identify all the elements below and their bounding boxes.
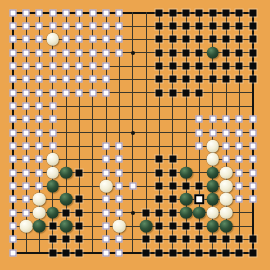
black-territory-marker[interactable]: [156, 169, 163, 176]
black-territory-marker[interactable]: [209, 236, 216, 243]
white-territory-marker[interactable]: [236, 143, 243, 150]
black-territory-marker[interactable]: [169, 169, 176, 176]
white-territory-marker[interactable]: [36, 76, 43, 83]
white-territory-marker[interactable]: [23, 143, 30, 150]
white-territory-marker[interactable]: [236, 129, 243, 136]
black-territory-marker[interactable]: [196, 36, 203, 43]
white-stone[interactable]: [220, 166, 233, 179]
white-territory-marker[interactable]: [9, 156, 16, 163]
black-territory-marker[interactable]: [223, 23, 230, 30]
black-territory-marker[interactable]: [169, 63, 176, 70]
black-territory-marker[interactable]: [223, 36, 230, 43]
white-territory-marker[interactable]: [103, 63, 110, 70]
white-territory-marker[interactable]: [89, 36, 96, 43]
black-territory-marker[interactable]: [76, 209, 83, 216]
white-territory-marker[interactable]: [36, 103, 43, 110]
black-stone[interactable]: [206, 166, 219, 179]
white-territory-marker[interactable]: [9, 9, 16, 16]
black-territory-marker[interactable]: [169, 209, 176, 216]
white-territory-marker[interactable]: [209, 129, 216, 136]
grid-line-horizontal: [12, 252, 254, 254]
black-territory-marker[interactable]: [169, 249, 176, 256]
white-territory-marker[interactable]: [23, 183, 30, 190]
white-territory-marker[interactable]: [36, 183, 43, 190]
black-territory-marker[interactable]: [209, 9, 216, 16]
white-territory-marker[interactable]: [36, 156, 43, 163]
white-territory-marker[interactable]: [76, 9, 83, 16]
white-territory-marker[interactable]: [36, 36, 43, 43]
grid-line-horizontal: [12, 239, 254, 240]
black-territory-marker[interactable]: [183, 49, 190, 56]
white-territory-marker[interactable]: [103, 236, 110, 243]
white-territory-marker[interactable]: [49, 116, 56, 123]
black-stone[interactable]: [60, 193, 73, 206]
black-territory-marker[interactable]: [249, 249, 256, 256]
white-territory-marker[interactable]: [103, 196, 110, 203]
hoshi-dot: [131, 51, 135, 55]
white-territory-marker[interactable]: [103, 23, 110, 30]
white-territory-marker[interactable]: [249, 169, 256, 176]
black-territory-marker[interactable]: [236, 76, 243, 83]
white-territory-marker[interactable]: [249, 116, 256, 123]
black-territory-marker[interactable]: [169, 76, 176, 83]
black-territory-marker[interactable]: [236, 9, 243, 16]
black-territory-marker[interactable]: [183, 63, 190, 70]
black-territory-marker[interactable]: [156, 209, 163, 216]
black-territory-marker[interactable]: [249, 63, 256, 70]
black-territory-marker[interactable]: [156, 76, 163, 83]
white-territory-marker[interactable]: [76, 76, 83, 83]
black-territory-marker[interactable]: [223, 9, 230, 16]
white-stone[interactable]: [46, 166, 59, 179]
white-territory-marker[interactable]: [116, 9, 123, 16]
black-territory-marker[interactable]: [156, 23, 163, 30]
white-territory-marker[interactable]: [9, 143, 16, 150]
black-territory-marker[interactable]: [156, 36, 163, 43]
white-stone[interactable]: [206, 206, 219, 219]
white-territory-marker[interactable]: [23, 103, 30, 110]
white-territory-marker[interactable]: [49, 49, 56, 56]
black-stone[interactable]: [206, 220, 219, 233]
white-territory-marker[interactable]: [103, 223, 110, 230]
black-territory-marker[interactable]: [183, 223, 190, 230]
white-territory-marker[interactable]: [103, 209, 110, 216]
white-territory-marker[interactable]: [103, 249, 110, 256]
black-territory-marker[interactable]: [169, 236, 176, 243]
white-territory-marker[interactable]: [103, 9, 110, 16]
white-territory-marker[interactable]: [116, 49, 123, 56]
black-territory-marker[interactable]: [143, 209, 150, 216]
white-territory-marker[interactable]: [63, 9, 70, 16]
black-stone[interactable]: [140, 220, 153, 233]
white-territory-marker[interactable]: [236, 116, 243, 123]
white-territory-marker[interactable]: [103, 156, 110, 163]
white-territory-marker[interactable]: [89, 23, 96, 30]
white-territory-marker[interactable]: [23, 23, 30, 30]
white-territory-marker[interactable]: [89, 89, 96, 96]
black-territory-marker[interactable]: [196, 223, 203, 230]
white-territory-marker[interactable]: [9, 196, 16, 203]
black-territory-marker[interactable]: [183, 23, 190, 30]
black-territory-marker[interactable]: [169, 9, 176, 16]
white-territory-marker[interactable]: [249, 156, 256, 163]
black-territory-marker[interactable]: [249, 23, 256, 30]
white-territory-marker[interactable]: [63, 36, 70, 43]
black-stone[interactable]: [193, 206, 206, 219]
white-territory-marker[interactable]: [236, 183, 243, 190]
black-territory-marker[interactable]: [169, 156, 176, 163]
white-territory-marker[interactable]: [103, 143, 110, 150]
white-territory-marker[interactable]: [196, 116, 203, 123]
grid-line-vertical: [146, 12, 147, 254]
black-territory-marker[interactable]: [183, 89, 190, 96]
black-territory-marker[interactable]: [156, 223, 163, 230]
white-territory-marker[interactable]: [76, 49, 83, 56]
white-territory-marker[interactable]: [103, 76, 110, 83]
black-territory-marker[interactable]: [76, 249, 83, 256]
white-territory-marker[interactable]: [23, 209, 30, 216]
white-territory-marker[interactable]: [103, 49, 110, 56]
black-territory-marker[interactable]: [169, 196, 176, 203]
black-territory-marker[interactable]: [196, 76, 203, 83]
black-territory-marker[interactable]: [169, 49, 176, 56]
black-territory-marker[interactable]: [236, 23, 243, 30]
black-territory-marker[interactable]: [169, 183, 176, 190]
black-stone[interactable]: [180, 166, 193, 179]
white-territory-marker[interactable]: [9, 23, 16, 30]
black-stone[interactable]: [33, 220, 46, 233]
white-territory-marker[interactable]: [9, 129, 16, 136]
white-territory-marker[interactable]: [116, 169, 123, 176]
white-territory-marker[interactable]: [23, 76, 30, 83]
white-territory-marker[interactable]: [23, 89, 30, 96]
go-app-window: [0, 0, 270, 270]
black-territory-marker[interactable]: [76, 169, 83, 176]
black-territory-marker[interactable]: [183, 183, 190, 190]
white-territory-marker[interactable]: [36, 89, 43, 96]
hoshi-dot: [131, 131, 135, 135]
black-territory-marker[interactable]: [63, 209, 70, 216]
white-territory-marker[interactable]: [63, 23, 70, 30]
black-territory-marker[interactable]: [249, 236, 256, 243]
white-territory-marker[interactable]: [103, 89, 110, 96]
black-territory-marker[interactable]: [156, 156, 163, 163]
black-territory-marker[interactable]: [196, 236, 203, 243]
black-territory-marker[interactable]: [76, 236, 83, 243]
black-stone[interactable]: [60, 220, 73, 233]
white-territory-marker[interactable]: [23, 63, 30, 70]
black-territory-marker[interactable]: [156, 9, 163, 16]
white-territory-marker[interactable]: [9, 183, 16, 190]
white-territory-marker[interactable]: [23, 49, 30, 56]
white-territory-marker[interactable]: [36, 129, 43, 136]
white-territory-marker[interactable]: [9, 249, 16, 256]
black-stone[interactable]: [60, 166, 73, 179]
black-territory-marker[interactable]: [169, 223, 176, 230]
white-territory-marker[interactable]: [9, 76, 16, 83]
white-territory-marker[interactable]: [129, 183, 136, 190]
black-territory-marker[interactable]: [49, 249, 56, 256]
hoshi-dot: [131, 211, 135, 215]
white-territory-marker[interactable]: [23, 156, 30, 163]
white-territory-marker[interactable]: [36, 63, 43, 70]
white-territory-marker[interactable]: [9, 63, 16, 70]
black-territory-marker[interactable]: [209, 36, 216, 43]
white-territory-marker[interactable]: [63, 89, 70, 96]
black-territory-marker[interactable]: [249, 9, 256, 16]
black-territory-marker[interactable]: [236, 236, 243, 243]
black-territory-marker[interactable]: [196, 63, 203, 70]
black-territory-marker[interactable]: [63, 249, 70, 256]
black-territory-marker[interactable]: [143, 236, 150, 243]
black-territory-marker[interactable]: [223, 49, 230, 56]
black-territory-marker[interactable]: [209, 249, 216, 256]
white-territory-marker[interactable]: [36, 169, 43, 176]
black-territory-marker[interactable]: [249, 49, 256, 56]
white-stone[interactable]: [220, 193, 233, 206]
black-territory-marker[interactable]: [183, 249, 190, 256]
white-territory-marker[interactable]: [89, 49, 96, 56]
white-stone[interactable]: [46, 33, 59, 46]
white-territory-marker[interactable]: [116, 183, 123, 190]
black-territory-marker[interactable]: [236, 63, 243, 70]
black-territory-marker[interactable]: [183, 76, 190, 83]
black-territory-marker[interactable]: [183, 9, 190, 16]
black-stone[interactable]: [46, 180, 59, 193]
white-territory-marker[interactable]: [9, 103, 16, 110]
white-territory-marker[interactable]: [23, 9, 30, 16]
white-territory-marker[interactable]: [89, 63, 96, 70]
black-territory-marker[interactable]: [236, 36, 243, 43]
white-territory-marker[interactable]: [9, 49, 16, 56]
white-territory-marker[interactable]: [76, 89, 83, 96]
white-territory-marker[interactable]: [116, 236, 123, 243]
black-territory-marker[interactable]: [76, 196, 83, 203]
black-territory-marker[interactable]: [49, 236, 56, 243]
black-stone[interactable]: [220, 220, 233, 233]
white-territory-marker[interactable]: [36, 116, 43, 123]
white-stone[interactable]: [206, 140, 219, 153]
white-territory-marker[interactable]: [9, 89, 16, 96]
black-territory-marker[interactable]: [196, 249, 203, 256]
white-territory-marker[interactable]: [49, 9, 56, 16]
white-territory-marker[interactable]: [36, 143, 43, 150]
go-board[interactable]: [0, 0, 270, 270]
black-territory-marker[interactable]: [209, 76, 216, 83]
white-territory-marker[interactable]: [49, 143, 56, 150]
black-stone[interactable]: [46, 206, 59, 219]
white-territory-marker[interactable]: [23, 36, 30, 43]
black-territory-marker[interactable]: [249, 36, 256, 43]
white-territory-marker[interactable]: [116, 156, 123, 163]
white-territory-marker[interactable]: [116, 209, 123, 216]
white-territory-marker[interactable]: [23, 169, 30, 176]
white-territory-marker[interactable]: [116, 36, 123, 43]
white-territory-marker[interactable]: [49, 103, 56, 110]
black-territory-marker[interactable]: [156, 183, 163, 190]
white-territory-marker[interactable]: [116, 23, 123, 30]
white-territory-marker[interactable]: [116, 196, 123, 203]
black-territory-marker[interactable]: [209, 23, 216, 30]
white-territory-marker[interactable]: [236, 196, 243, 203]
white-territory-marker[interactable]: [76, 63, 83, 70]
black-territory-marker[interactable]: [223, 249, 230, 256]
black-territory-marker[interactable]: [156, 49, 163, 56]
white-territory-marker[interactable]: [223, 116, 230, 123]
white-territory-marker[interactable]: [223, 129, 230, 136]
white-territory-marker[interactable]: [223, 143, 230, 150]
black-stone[interactable]: [206, 46, 219, 59]
white-territory-marker[interactable]: [9, 209, 16, 216]
white-territory-marker[interactable]: [196, 143, 203, 150]
black-territory-marker[interactable]: [169, 36, 176, 43]
white-territory-marker[interactable]: [196, 129, 203, 136]
white-territory-marker[interactable]: [49, 89, 56, 96]
white-territory-marker[interactable]: [36, 9, 43, 16]
white-territory-marker[interactable]: [116, 249, 123, 256]
black-territory-marker[interactable]: [183, 36, 190, 43]
white-territory-marker[interactable]: [89, 76, 96, 83]
black-territory-marker[interactable]: [223, 236, 230, 243]
black-territory-marker[interactable]: [236, 49, 243, 56]
white-territory-marker[interactable]: [249, 183, 256, 190]
white-territory-marker[interactable]: [23, 196, 30, 203]
black-territory-marker[interactable]: [183, 236, 190, 243]
white-stone[interactable]: [20, 220, 33, 233]
white-stone[interactable]: [33, 193, 46, 206]
white-territory-marker[interactable]: [249, 196, 256, 203]
white-territory-marker[interactable]: [116, 143, 123, 150]
white-territory-marker[interactable]: [23, 116, 30, 123]
white-stone[interactable]: [113, 220, 126, 233]
white-territory-marker[interactable]: [49, 129, 56, 136]
black-territory-marker[interactable]: [196, 89, 203, 96]
black-territory-marker[interactable]: [196, 23, 203, 30]
white-territory-marker[interactable]: [236, 156, 243, 163]
white-stone[interactable]: [33, 206, 46, 219]
black-territory-marker[interactable]: [223, 76, 230, 83]
white-territory-marker[interactable]: [9, 36, 16, 43]
white-stone[interactable]: [206, 153, 219, 166]
white-stone[interactable]: [100, 180, 113, 193]
black-territory-marker[interactable]: [63, 236, 70, 243]
black-territory-marker[interactable]: [249, 76, 256, 83]
white-territory-marker[interactable]: [49, 23, 56, 30]
black-territory-marker[interactable]: [156, 249, 163, 256]
black-stone[interactable]: [180, 193, 193, 206]
grid-line-vertical: [159, 12, 160, 254]
white-territory-marker[interactable]: [103, 36, 110, 43]
black-territory-marker[interactable]: [156, 196, 163, 203]
black-territory-marker[interactable]: [143, 249, 150, 256]
white-territory-marker[interactable]: [63, 76, 70, 83]
white-territory-marker[interactable]: [36, 23, 43, 30]
white-territory-marker[interactable]: [49, 76, 56, 83]
black-territory-marker[interactable]: [156, 63, 163, 70]
black-territory-marker[interactable]: [196, 183, 203, 190]
black-stone[interactable]: [206, 180, 219, 193]
black-territory-marker[interactable]: [236, 249, 243, 256]
black-territory-marker[interactable]: [76, 223, 83, 230]
white-territory-marker[interactable]: [49, 63, 56, 70]
white-stone[interactable]: [220, 206, 233, 219]
white-territory-marker[interactable]: [236, 169, 243, 176]
white-territory-marker[interactable]: [103, 169, 110, 176]
black-stone[interactable]: [180, 206, 193, 219]
white-stone[interactable]: [220, 180, 233, 193]
black-territory-marker[interactable]: [169, 23, 176, 30]
white-territory-marker[interactable]: [249, 129, 256, 136]
white-territory-marker[interactable]: [76, 23, 83, 30]
grid-line-vertical: [172, 12, 173, 254]
black-territory-marker[interactable]: [169, 89, 176, 96]
black-territory-marker[interactable]: [49, 223, 56, 230]
black-territory-marker[interactable]: [196, 9, 203, 16]
black-territory-marker[interactable]: [156, 89, 163, 96]
white-territory-marker[interactable]: [63, 63, 70, 70]
white-territory-marker[interactable]: [249, 143, 256, 150]
white-territory-marker[interactable]: [76, 36, 83, 43]
black-stone[interactable]: [206, 193, 219, 206]
white-territory-marker[interactable]: [23, 129, 30, 136]
marked-point-square[interactable]: [195, 195, 205, 205]
black-territory-marker[interactable]: [196, 49, 203, 56]
white-stone[interactable]: [46, 153, 59, 166]
white-territory-marker[interactable]: [63, 49, 70, 56]
white-territory-marker[interactable]: [9, 236, 16, 243]
black-territory-marker[interactable]: [156, 236, 163, 243]
white-territory-marker[interactable]: [89, 9, 96, 16]
black-territory-marker[interactable]: [223, 63, 230, 70]
white-territory-marker[interactable]: [9, 169, 16, 176]
black-territory-marker[interactable]: [209, 63, 216, 70]
white-territory-marker[interactable]: [36, 49, 43, 56]
white-territory-marker[interactable]: [209, 116, 216, 123]
white-territory-marker[interactable]: [9, 223, 16, 230]
white-territory-marker[interactable]: [9, 116, 16, 123]
white-territory-marker[interactable]: [223, 156, 230, 163]
